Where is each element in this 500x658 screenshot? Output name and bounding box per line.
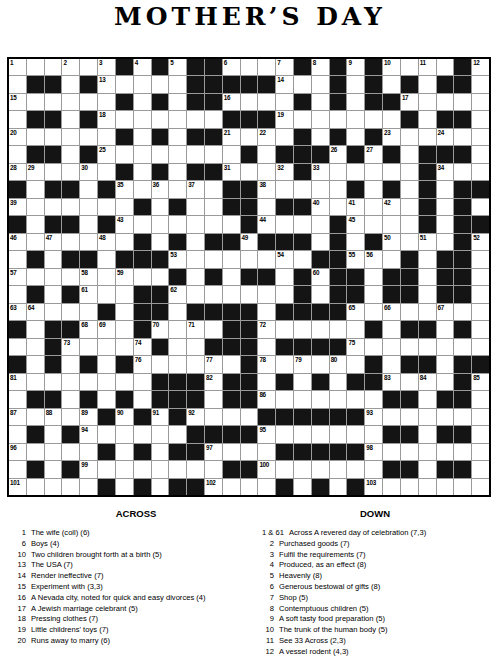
grid-cell[interactable]: 60: [312, 269, 329, 285]
grid-cell[interactable]: 53: [169, 251, 186, 267]
grid-cell[interactable]: [365, 461, 382, 477]
grid-cell[interactable]: [27, 216, 44, 232]
grid-cell[interactable]: 2: [62, 59, 79, 75]
grid-cell[interactable]: [472, 409, 489, 425]
grid-cell[interactable]: 100: [258, 461, 275, 477]
grid-cell[interactable]: [383, 164, 400, 180]
grid-cell[interactable]: [62, 479, 79, 495]
grid-cell[interactable]: [454, 339, 471, 355]
grid-cell[interactable]: [294, 374, 311, 390]
grid-cell[interactable]: [294, 111, 311, 127]
grid-cell[interactable]: [437, 356, 454, 372]
grid-cell[interactable]: [276, 321, 293, 337]
grid-cell[interactable]: 66: [383, 304, 400, 320]
grid-cell[interactable]: 22: [258, 129, 275, 145]
grid-cell[interactable]: [205, 216, 222, 232]
grid-cell[interactable]: [276, 426, 293, 442]
grid-cell[interactable]: [205, 286, 222, 302]
grid-cell[interactable]: [437, 479, 454, 495]
grid-cell[interactable]: [45, 286, 62, 302]
grid-cell[interactable]: [80, 129, 97, 145]
grid-cell[interactable]: [419, 391, 436, 407]
grid-cell[interactable]: [365, 216, 382, 232]
grid-cell[interactable]: 83: [383, 374, 400, 390]
grid-cell[interactable]: [62, 269, 79, 285]
grid-cell[interactable]: 14: [276, 76, 293, 92]
grid-cell[interactable]: [205, 251, 222, 267]
grid-cell[interactable]: [134, 129, 151, 145]
grid-cell[interactable]: [187, 269, 204, 285]
grid-cell[interactable]: [276, 94, 293, 110]
grid-cell[interactable]: [116, 461, 133, 477]
grid-cell[interactable]: [347, 164, 364, 180]
grid-cell[interactable]: 97: [205, 444, 222, 460]
grid-cell[interactable]: 51: [419, 234, 436, 250]
grid-cell[interactable]: 98: [365, 444, 382, 460]
grid-cell[interactable]: [419, 339, 436, 355]
grid-cell[interactable]: [187, 216, 204, 232]
grid-cell[interactable]: [27, 479, 44, 495]
grid-cell[interactable]: 58: [80, 269, 97, 285]
grid-cell[interactable]: [347, 111, 364, 127]
grid-cell[interactable]: 20: [9, 129, 26, 145]
grid-cell[interactable]: [472, 339, 489, 355]
grid-cell[interactable]: 93: [365, 409, 382, 425]
grid-cell[interactable]: 19: [276, 111, 293, 127]
grid-cell[interactable]: 6: [223, 59, 240, 75]
grid-cell[interactable]: [258, 304, 275, 320]
grid-cell[interactable]: [330, 374, 347, 390]
grid-cell[interactable]: [45, 59, 62, 75]
grid-cell[interactable]: [330, 111, 347, 127]
grid-cell[interactable]: [62, 199, 79, 215]
grid-cell[interactable]: [258, 286, 275, 302]
grid-cell[interactable]: 41: [347, 199, 364, 215]
grid-cell[interactable]: [312, 321, 329, 337]
grid-cell[interactable]: [45, 461, 62, 477]
grid-cell[interactable]: [169, 111, 186, 127]
grid-cell[interactable]: 92: [187, 409, 204, 425]
grid-cell[interactable]: 57: [9, 269, 26, 285]
grid-cell[interactable]: 45: [347, 216, 364, 232]
grid-cell[interactable]: [27, 356, 44, 372]
grid-cell[interactable]: [45, 426, 62, 442]
grid-cell[interactable]: [27, 234, 44, 250]
grid-cell[interactable]: [241, 444, 258, 460]
grid-cell[interactable]: [472, 94, 489, 110]
grid-cell[interactable]: [62, 164, 79, 180]
grid-cell[interactable]: [294, 321, 311, 337]
grid-cell[interactable]: [383, 409, 400, 425]
grid-cell[interactable]: [223, 251, 240, 267]
grid-cell[interactable]: [62, 356, 79, 372]
grid-cell[interactable]: 70: [152, 321, 169, 337]
grid-cell[interactable]: [383, 444, 400, 460]
grid-cell[interactable]: [437, 339, 454, 355]
grid-cell[interactable]: [98, 356, 115, 372]
grid-cell[interactable]: 1: [9, 59, 26, 75]
grid-cell[interactable]: 21: [223, 129, 240, 145]
grid-cell[interactable]: 55: [347, 251, 364, 267]
grid-cell[interactable]: 26: [330, 146, 347, 162]
grid-cell[interactable]: [223, 479, 240, 495]
grid-cell[interactable]: [169, 339, 186, 355]
grid-cell[interactable]: 8: [312, 59, 329, 75]
grid-cell[interactable]: [169, 129, 186, 145]
grid-cell[interactable]: 16: [223, 94, 240, 110]
grid-cell[interactable]: [294, 479, 311, 495]
grid-cell[interactable]: [330, 426, 347, 442]
grid-cell[interactable]: [187, 251, 204, 267]
grid-cell[interactable]: [116, 444, 133, 460]
grid-cell[interactable]: 25: [98, 146, 115, 162]
grid-cell[interactable]: [383, 339, 400, 355]
grid-cell[interactable]: [365, 426, 382, 442]
grid-cell[interactable]: 56: [365, 251, 382, 267]
grid-cell[interactable]: [98, 164, 115, 180]
grid-cell[interactable]: [45, 479, 62, 495]
grid-cell[interactable]: 73: [62, 339, 79, 355]
grid-cell[interactable]: [169, 76, 186, 92]
grid-cell[interactable]: [134, 111, 151, 127]
grid-cell[interactable]: [401, 129, 418, 145]
grid-cell[interactable]: [258, 339, 275, 355]
grid-cell[interactable]: [454, 444, 471, 460]
grid-cell[interactable]: [116, 111, 133, 127]
grid-cell[interactable]: [134, 269, 151, 285]
grid-cell[interactable]: [45, 94, 62, 110]
grid-cell[interactable]: 33: [312, 164, 329, 180]
grid-cell[interactable]: 52: [472, 234, 489, 250]
grid-cell[interactable]: [258, 199, 275, 215]
grid-cell[interactable]: 43: [116, 216, 133, 232]
grid-cell[interactable]: [365, 269, 382, 285]
grid-cell[interactable]: 17: [401, 94, 418, 110]
grid-cell[interactable]: [205, 111, 222, 127]
grid-cell[interactable]: 36: [152, 181, 169, 197]
grid-cell[interactable]: [437, 199, 454, 215]
grid-cell[interactable]: [116, 339, 133, 355]
grid-cell[interactable]: [152, 146, 169, 162]
grid-cell[interactable]: [365, 391, 382, 407]
grid-cell[interactable]: [98, 374, 115, 390]
grid-cell[interactable]: [134, 181, 151, 197]
grid-cell[interactable]: [134, 164, 151, 180]
grid-cell[interactable]: 85: [472, 374, 489, 390]
grid-cell[interactable]: [401, 304, 418, 320]
grid-cell[interactable]: [258, 374, 275, 390]
grid-cell[interactable]: [152, 199, 169, 215]
grid-cell[interactable]: [62, 129, 79, 145]
grid-cell[interactable]: [80, 59, 97, 75]
grid-cell[interactable]: [276, 391, 293, 407]
grid-cell[interactable]: 30: [80, 164, 97, 180]
grid-cell[interactable]: [223, 286, 240, 302]
grid-cell[interactable]: [45, 199, 62, 215]
grid-cell[interactable]: 48: [98, 234, 115, 250]
grid-cell[interactable]: 37: [187, 181, 204, 197]
grid-cell[interactable]: [205, 461, 222, 477]
grid-cell[interactable]: [472, 286, 489, 302]
grid-cell[interactable]: [223, 356, 240, 372]
grid-cell[interactable]: [241, 94, 258, 110]
grid-cell[interactable]: [134, 76, 151, 92]
grid-cell[interactable]: [347, 461, 364, 477]
grid-cell[interactable]: [134, 461, 151, 477]
grid-cell[interactable]: 72: [258, 321, 275, 337]
grid-cell[interactable]: 59: [116, 269, 133, 285]
grid-cell[interactable]: [330, 391, 347, 407]
grid-cell[interactable]: [9, 146, 26, 162]
grid-cell[interactable]: 81: [9, 374, 26, 390]
grid-cell[interactable]: 77: [205, 356, 222, 372]
grid-cell[interactable]: [294, 181, 311, 197]
grid-cell[interactable]: [419, 286, 436, 302]
grid-cell[interactable]: [80, 444, 97, 460]
grid-cell[interactable]: [80, 339, 97, 355]
grid-cell[interactable]: [401, 59, 418, 75]
grid-cell[interactable]: [347, 76, 364, 92]
grid-cell[interactable]: [347, 129, 364, 145]
grid-cell[interactable]: 27: [365, 146, 382, 162]
grid-cell[interactable]: [62, 234, 79, 250]
grid-cell[interactable]: [312, 216, 329, 232]
grid-cell[interactable]: [437, 234, 454, 250]
grid-cell[interactable]: 35: [116, 181, 133, 197]
grid-cell[interactable]: [347, 391, 364, 407]
grid-cell[interactable]: [401, 181, 418, 197]
grid-cell[interactable]: [365, 339, 382, 355]
grid-cell[interactable]: [80, 94, 97, 110]
grid-cell[interactable]: [80, 304, 97, 320]
grid-cell[interactable]: 63: [9, 304, 26, 320]
grid-cell[interactable]: [437, 444, 454, 460]
grid-cell[interactable]: [27, 269, 44, 285]
grid-cell[interactable]: [276, 269, 293, 285]
grid-cell[interactable]: 18: [98, 111, 115, 127]
grid-cell[interactable]: [98, 461, 115, 477]
grid-cell[interactable]: [223, 146, 240, 162]
grid-cell[interactable]: [419, 304, 436, 320]
grid-cell[interactable]: [169, 426, 186, 442]
grid-cell[interactable]: [152, 426, 169, 442]
grid-cell[interactable]: 38: [258, 181, 275, 197]
grid-cell[interactable]: [241, 479, 258, 495]
grid-cell[interactable]: 78: [258, 356, 275, 372]
grid-cell[interactable]: [401, 199, 418, 215]
grid-cell[interactable]: 86: [258, 391, 275, 407]
grid-cell[interactable]: [80, 479, 97, 495]
grid-cell[interactable]: [383, 216, 400, 232]
grid-cell[interactable]: [152, 356, 169, 372]
grid-cell[interactable]: [258, 164, 275, 180]
grid-cell[interactable]: 34: [437, 164, 454, 180]
grid-cell[interactable]: [294, 426, 311, 442]
grid-cell[interactable]: 3: [98, 59, 115, 75]
grid-cell[interactable]: [294, 391, 311, 407]
grid-cell[interactable]: [205, 391, 222, 407]
grid-cell[interactable]: [347, 234, 364, 250]
grid-cell[interactable]: [419, 129, 436, 145]
grid-cell[interactable]: [365, 181, 382, 197]
grid-cell[interactable]: [98, 391, 115, 407]
grid-cell[interactable]: 95: [258, 426, 275, 442]
grid-cell[interactable]: [80, 374, 97, 390]
grid-cell[interactable]: [383, 76, 400, 92]
grid-cell[interactable]: 68: [80, 321, 97, 337]
grid-cell[interactable]: [27, 59, 44, 75]
grid-cell[interactable]: [45, 304, 62, 320]
grid-cell[interactable]: [419, 426, 436, 442]
grid-cell[interactable]: [472, 164, 489, 180]
grid-cell[interactable]: 91: [152, 409, 169, 425]
grid-cell[interactable]: [116, 234, 133, 250]
grid-cell[interactable]: [116, 479, 133, 495]
grid-cell[interactable]: [258, 146, 275, 162]
grid-cell[interactable]: [62, 304, 79, 320]
grid-cell[interactable]: [258, 251, 275, 267]
grid-cell[interactable]: [419, 111, 436, 127]
grid-cell[interactable]: [347, 356, 364, 372]
grid-cell[interactable]: [365, 111, 382, 127]
grid-cell[interactable]: [27, 129, 44, 145]
crossword-grid[interactable]: 1234567891011121314151617181920212223242…: [7, 57, 491, 497]
grid-cell[interactable]: [116, 321, 133, 337]
grid-cell[interactable]: [98, 286, 115, 302]
grid-cell[interactable]: 87: [9, 409, 26, 425]
grid-cell[interactable]: [330, 479, 347, 495]
grid-cell[interactable]: [9, 111, 26, 127]
grid-cell[interactable]: [401, 479, 418, 495]
grid-cell[interactable]: 44: [258, 216, 275, 232]
grid-cell[interactable]: [454, 479, 471, 495]
grid-cell[interactable]: [98, 426, 115, 442]
grid-cell[interactable]: 101: [9, 479, 26, 495]
grid-cell[interactable]: [45, 129, 62, 145]
grid-cell[interactable]: [241, 286, 258, 302]
grid-cell[interactable]: [401, 444, 418, 460]
grid-cell[interactable]: [419, 479, 436, 495]
grid-cell[interactable]: [169, 164, 186, 180]
grid-cell[interactable]: 74: [134, 339, 151, 355]
grid-cell[interactable]: [98, 251, 115, 267]
grid-cell[interactable]: [169, 146, 186, 162]
grid-cell[interactable]: [169, 304, 186, 320]
grid-cell[interactable]: [152, 461, 169, 477]
grid-cell[interactable]: 4: [134, 59, 151, 75]
grid-cell[interactable]: 65: [347, 304, 364, 320]
grid-cell[interactable]: [169, 461, 186, 477]
grid-cell[interactable]: [187, 234, 204, 250]
grid-cell[interactable]: [454, 94, 471, 110]
grid-cell[interactable]: 71: [187, 321, 204, 337]
grid-cell[interactable]: [472, 479, 489, 495]
grid-cell[interactable]: [9, 339, 26, 355]
grid-cell[interactable]: [419, 269, 436, 285]
grid-cell[interactable]: [152, 234, 169, 250]
grid-cell[interactable]: [152, 111, 169, 127]
grid-cell[interactable]: 46: [9, 234, 26, 250]
grid-cell[interactable]: [62, 409, 79, 425]
grid-cell[interactable]: [347, 94, 364, 110]
grid-cell[interactable]: [276, 216, 293, 232]
grid-cell[interactable]: 39: [9, 199, 26, 215]
grid-cell[interactable]: [472, 444, 489, 460]
grid-cell[interactable]: [116, 426, 133, 442]
grid-cell[interactable]: [419, 251, 436, 267]
grid-cell[interactable]: [330, 461, 347, 477]
grid-cell[interactable]: 80: [330, 356, 347, 372]
grid-cell[interactable]: [205, 321, 222, 337]
grid-cell[interactable]: 64: [27, 304, 44, 320]
grid-cell[interactable]: [241, 409, 258, 425]
grid-cell[interactable]: [472, 199, 489, 215]
grid-cell[interactable]: [9, 286, 26, 302]
grid-cell[interactable]: [330, 199, 347, 215]
grid-cell[interactable]: [437, 216, 454, 232]
grid-cell[interactable]: [116, 146, 133, 162]
grid-cell[interactable]: [419, 76, 436, 92]
grid-cell[interactable]: [241, 129, 258, 145]
grid-cell[interactable]: [152, 444, 169, 460]
grid-cell[interactable]: 54: [276, 251, 293, 267]
grid-cell[interactable]: [152, 479, 169, 495]
grid-cell[interactable]: [45, 251, 62, 267]
grid-cell[interactable]: [27, 199, 44, 215]
grid-cell[interactable]: [169, 94, 186, 110]
grid-cell[interactable]: 32: [276, 164, 293, 180]
grid-cell[interactable]: 10: [383, 59, 400, 75]
grid-cell[interactable]: [437, 94, 454, 110]
grid-cell[interactable]: [312, 234, 329, 250]
grid-cell[interactable]: [312, 129, 329, 145]
grid-cell[interactable]: [116, 374, 133, 390]
grid-cell[interactable]: 82: [205, 374, 222, 390]
grid-cell[interactable]: [27, 321, 44, 337]
grid-cell[interactable]: [98, 339, 115, 355]
grid-cell[interactable]: [276, 356, 293, 372]
grid-cell[interactable]: [241, 59, 258, 75]
grid-cell[interactable]: [205, 199, 222, 215]
grid-cell[interactable]: [472, 111, 489, 127]
grid-cell[interactable]: [27, 374, 44, 390]
grid-cell[interactable]: 96: [9, 444, 26, 460]
grid-cell[interactable]: [312, 356, 329, 372]
grid-cell[interactable]: 76: [134, 356, 151, 372]
grid-cell[interactable]: [401, 216, 418, 232]
grid-cell[interactable]: [472, 391, 489, 407]
grid-cell[interactable]: [223, 216, 240, 232]
grid-cell[interactable]: 103: [365, 479, 382, 495]
grid-cell[interactable]: 69: [98, 321, 115, 337]
grid-cell[interactable]: 24: [437, 129, 454, 145]
grid-cell[interactable]: 31: [223, 164, 240, 180]
grid-cell[interactable]: [365, 286, 382, 302]
grid-cell[interactable]: [187, 356, 204, 372]
grid-cell[interactable]: [80, 181, 97, 197]
grid-cell[interactable]: [437, 374, 454, 390]
grid-cell[interactable]: 67: [437, 304, 454, 320]
grid-cell[interactable]: [9, 426, 26, 442]
grid-cell[interactable]: [472, 321, 489, 337]
grid-cell[interactable]: [472, 269, 489, 285]
grid-cell[interactable]: [98, 199, 115, 215]
grid-cell[interactable]: [437, 181, 454, 197]
grid-cell[interactable]: [80, 234, 97, 250]
grid-cell[interactable]: [437, 321, 454, 337]
grid-cell[interactable]: [169, 216, 186, 232]
grid-cell[interactable]: 49: [241, 234, 258, 250]
